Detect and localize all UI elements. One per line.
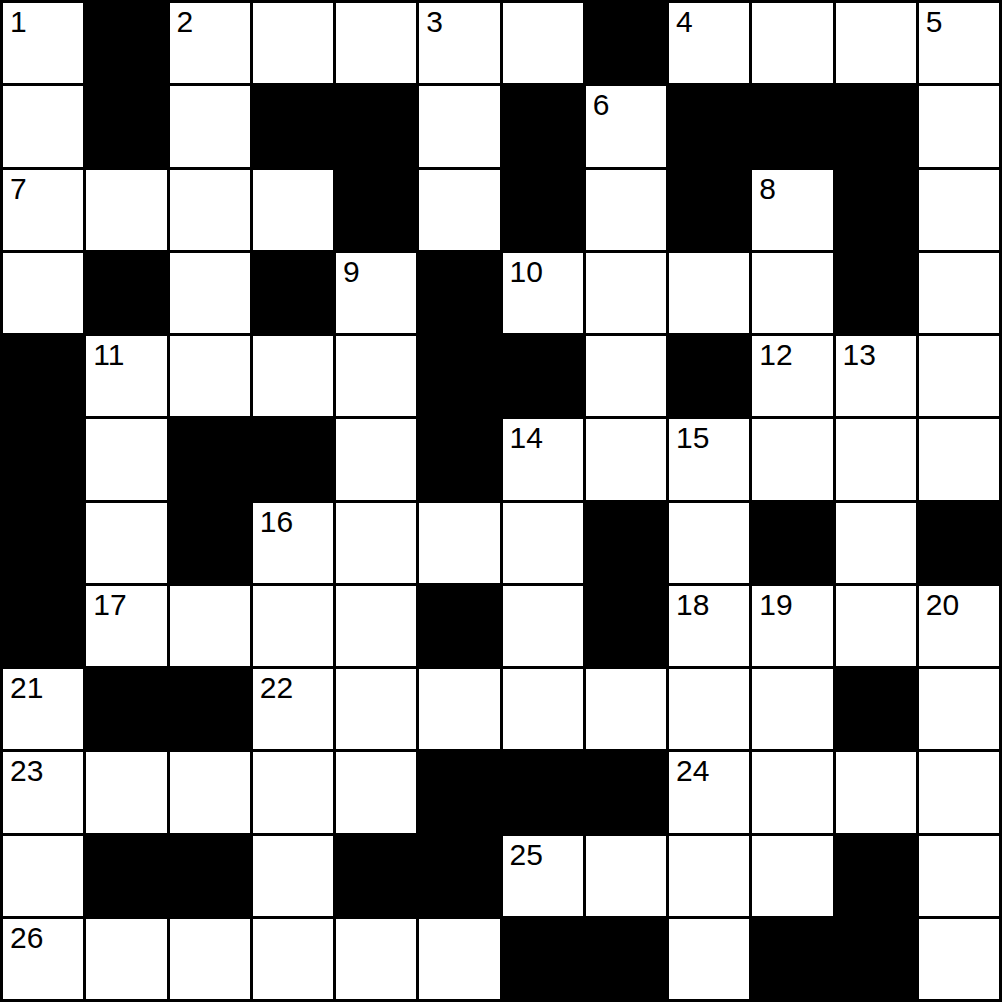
white-cell[interactable] [669, 503, 749, 583]
white-cell[interactable]: 14 [503, 419, 583, 499]
block-cell [586, 3, 666, 83]
white-cell[interactable] [86, 752, 166, 832]
block-cell [3, 586, 83, 666]
white-cell[interactable] [669, 836, 749, 916]
white-cell[interactable]: 12 [752, 336, 832, 416]
white-cell[interactable] [253, 336, 333, 416]
white-cell[interactable] [586, 336, 666, 416]
clue-number: 5 [926, 5, 943, 38]
block-cell [170, 503, 250, 583]
white-cell[interactable] [752, 752, 832, 832]
block-cell [669, 336, 749, 416]
block-cell [336, 836, 416, 916]
block-cell [503, 170, 583, 250]
block-cell [86, 253, 166, 333]
clue-number: 6 [593, 88, 610, 121]
white-cell[interactable] [170, 86, 250, 166]
block-cell [586, 586, 666, 666]
white-cell[interactable] [170, 919, 250, 999]
white-cell[interactable] [503, 669, 583, 749]
white-cell[interactable]: 23 [3, 752, 83, 832]
block-cell [419, 253, 499, 333]
block-cell [919, 503, 999, 583]
white-cell[interactable]: 10 [503, 253, 583, 333]
white-cell[interactable] [669, 253, 749, 333]
white-cell[interactable] [336, 336, 416, 416]
block-cell [669, 170, 749, 250]
white-cell[interactable] [336, 586, 416, 666]
white-cell[interactable] [86, 919, 166, 999]
block-cell [752, 919, 832, 999]
white-cell[interactable]: 22 [253, 669, 333, 749]
white-cell[interactable] [836, 3, 916, 83]
white-cell[interactable] [586, 836, 666, 916]
white-cell[interactable] [253, 836, 333, 916]
clue-number: 19 [759, 588, 792, 621]
white-cell[interactable] [3, 253, 83, 333]
block-cell [336, 86, 416, 166]
white-cell[interactable]: 7 [3, 170, 83, 250]
white-cell[interactable]: 2 [170, 3, 250, 83]
clue-number: 20 [926, 588, 959, 621]
white-cell[interactable] [86, 503, 166, 583]
block-cell [752, 503, 832, 583]
white-cell[interactable]: 20 [919, 586, 999, 666]
white-cell[interactable] [419, 919, 499, 999]
white-cell[interactable] [86, 419, 166, 499]
white-cell[interactable] [919, 336, 999, 416]
white-cell[interactable] [919, 669, 999, 749]
white-cell[interactable] [336, 419, 416, 499]
white-cell[interactable] [752, 669, 832, 749]
white-cell[interactable]: 5 [919, 3, 999, 83]
block-cell [836, 836, 916, 916]
white-cell[interactable] [752, 836, 832, 916]
white-cell[interactable] [170, 586, 250, 666]
white-cell[interactable]: 15 [669, 419, 749, 499]
white-cell[interactable] [170, 752, 250, 832]
clue-number: 18 [676, 588, 709, 621]
clue-number: 24 [676, 754, 709, 787]
white-cell[interactable]: 13 [836, 336, 916, 416]
white-cell[interactable] [336, 752, 416, 832]
block-cell [586, 752, 666, 832]
clue-number: 1 [10, 5, 27, 38]
white-cell[interactable] [503, 503, 583, 583]
block-cell [836, 669, 916, 749]
white-cell[interactable] [253, 919, 333, 999]
clue-number: 2 [177, 5, 194, 38]
block-cell [503, 86, 583, 166]
block-cell [419, 752, 499, 832]
block-cell [170, 836, 250, 916]
clue-number: 8 [759, 172, 776, 205]
white-cell[interactable] [669, 919, 749, 999]
white-cell[interactable] [419, 503, 499, 583]
white-cell[interactable] [3, 86, 83, 166]
block-cell [253, 86, 333, 166]
white-cell[interactable] [419, 669, 499, 749]
block-cell [3, 503, 83, 583]
white-cell[interactable] [919, 170, 999, 250]
white-cell[interactable] [170, 336, 250, 416]
clue-number: 22 [260, 671, 293, 704]
block-cell [669, 86, 749, 166]
block-cell [3, 336, 83, 416]
white-cell[interactable] [919, 836, 999, 916]
block-cell [86, 3, 166, 83]
white-cell[interactable] [919, 253, 999, 333]
block-cell [86, 669, 166, 749]
block-cell [419, 419, 499, 499]
clue-number: 7 [10, 172, 27, 205]
white-cell[interactable]: 6 [586, 86, 666, 166]
clue-number: 17 [93, 588, 126, 621]
block-cell [419, 336, 499, 416]
clue-number: 16 [260, 505, 293, 538]
clue-number: 21 [10, 671, 43, 704]
white-cell[interactable]: 18 [669, 586, 749, 666]
white-cell[interactable]: 17 [86, 586, 166, 666]
block-cell [3, 419, 83, 499]
white-cell[interactable] [919, 919, 999, 999]
clue-number: 3 [426, 5, 443, 38]
white-cell[interactable] [669, 669, 749, 749]
block-cell [836, 170, 916, 250]
white-cell[interactable]: 11 [86, 336, 166, 416]
white-cell[interactable] [836, 419, 916, 499]
clue-number: 9 [343, 255, 360, 288]
block-cell [586, 919, 666, 999]
block-cell [419, 836, 499, 916]
white-cell[interactable]: 4 [669, 3, 749, 83]
white-cell[interactable] [336, 669, 416, 749]
white-cell[interactable] [586, 170, 666, 250]
white-cell[interactable] [253, 586, 333, 666]
block-cell [86, 836, 166, 916]
block-cell [170, 669, 250, 749]
block-cell [253, 253, 333, 333]
white-cell[interactable] [586, 669, 666, 749]
white-cell[interactable] [586, 419, 666, 499]
white-cell[interactable] [336, 919, 416, 999]
white-cell[interactable]: 16 [253, 503, 333, 583]
white-cell[interactable] [170, 170, 250, 250]
white-cell[interactable] [419, 86, 499, 166]
block-cell [752, 86, 832, 166]
white-cell[interactable] [253, 3, 333, 83]
block-cell [586, 503, 666, 583]
white-cell[interactable] [919, 86, 999, 166]
clue-number: 15 [676, 421, 709, 454]
clue-number: 10 [510, 255, 543, 288]
white-cell[interactable]: 25 [503, 836, 583, 916]
clue-number: 26 [10, 921, 43, 954]
white-cell[interactable] [503, 3, 583, 83]
clue-number: 14 [510, 421, 543, 454]
clue-number: 13 [843, 338, 876, 371]
block-cell [503, 752, 583, 832]
white-cell[interactable]: 3 [419, 3, 499, 83]
white-cell[interactable] [336, 503, 416, 583]
block-cell [503, 919, 583, 999]
white-cell[interactable] [836, 503, 916, 583]
white-cell[interactable] [919, 419, 999, 499]
crossword-grid: 1234567891011121314151617181920212223242… [0, 0, 1002, 1002]
white-cell[interactable]: 1 [3, 3, 83, 83]
white-cell[interactable] [919, 752, 999, 832]
block-cell [836, 919, 916, 999]
block-cell [503, 336, 583, 416]
white-cell[interactable] [86, 170, 166, 250]
white-cell[interactable] [3, 836, 83, 916]
white-cell[interactable]: 8 [752, 170, 832, 250]
white-cell[interactable] [419, 170, 499, 250]
clue-number: 4 [676, 5, 693, 38]
white-cell[interactable] [752, 253, 832, 333]
white-cell[interactable]: 24 [669, 752, 749, 832]
white-cell[interactable] [836, 586, 916, 666]
block-cell [836, 86, 916, 166]
white-cell[interactable]: 26 [3, 919, 83, 999]
white-cell[interactable] [170, 253, 250, 333]
white-cell[interactable] [836, 752, 916, 832]
white-cell[interactable]: 21 [3, 669, 83, 749]
block-cell [419, 586, 499, 666]
white-cell[interactable] [253, 752, 333, 832]
block-cell [836, 253, 916, 333]
white-cell[interactable] [336, 3, 416, 83]
clue-number: 12 [759, 338, 792, 371]
clue-number: 11 [93, 338, 124, 371]
white-cell[interactable]: 9 [336, 253, 416, 333]
block-cell [253, 419, 333, 499]
white-cell[interactable] [586, 253, 666, 333]
white-cell[interactable] [752, 419, 832, 499]
white-cell[interactable]: 19 [752, 586, 832, 666]
clue-number: 25 [510, 838, 543, 871]
block-cell [336, 170, 416, 250]
clue-number: 23 [10, 754, 43, 787]
white-cell[interactable] [253, 170, 333, 250]
white-cell[interactable] [752, 3, 832, 83]
block-cell [170, 419, 250, 499]
white-cell[interactable] [503, 586, 583, 666]
block-cell [86, 86, 166, 166]
